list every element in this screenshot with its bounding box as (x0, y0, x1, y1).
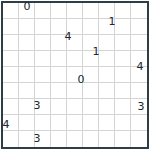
grid-cell[interactable] (51, 131, 67, 147)
grid-cell[interactable] (131, 3, 147, 19)
grid-cell[interactable] (3, 67, 19, 83)
grid-cell[interactable] (131, 99, 147, 115)
grid-cell[interactable] (115, 115, 131, 131)
grid-cell[interactable] (67, 3, 83, 19)
grid-cell[interactable] (99, 19, 115, 35)
grid-cell[interactable] (115, 83, 131, 99)
grid-cell[interactable] (67, 131, 83, 147)
grid-cell[interactable] (35, 19, 51, 35)
grid-cell[interactable] (67, 19, 83, 35)
grid-cell[interactable] (115, 19, 131, 35)
grid-cell[interactable] (115, 51, 131, 67)
grid-cell[interactable] (19, 83, 35, 99)
grid-cell[interactable] (99, 3, 115, 19)
grid-cell[interactable] (131, 83, 147, 99)
grid-cell[interactable] (3, 19, 19, 35)
grid-cell[interactable] (131, 131, 147, 147)
grid-cell[interactable] (3, 115, 19, 131)
grid-cell[interactable] (51, 35, 67, 51)
grid-cell[interactable] (67, 99, 83, 115)
grid-cell[interactable] (35, 131, 51, 147)
grid-cell[interactable] (131, 67, 147, 83)
grid-cell[interactable] (3, 131, 19, 147)
grid-cell[interactable] (83, 83, 99, 99)
grid-cell[interactable] (115, 131, 131, 147)
grid-cell[interactable] (51, 3, 67, 19)
grid-cell[interactable] (19, 99, 35, 115)
grid-cell[interactable] (3, 51, 19, 67)
puzzle-page: 0141403343 (0, 0, 150, 150)
grid-cell[interactable] (19, 115, 35, 131)
grid-cell[interactable] (83, 99, 99, 115)
grid-cell[interactable] (83, 3, 99, 19)
grid-cell[interactable] (19, 131, 35, 147)
grid-cell[interactable] (3, 99, 19, 115)
grid-cell[interactable] (99, 51, 115, 67)
grid-cell[interactable] (83, 67, 99, 83)
grid-cell[interactable] (99, 67, 115, 83)
grid-cell[interactable] (115, 3, 131, 19)
puzzle-grid (3, 3, 147, 147)
grid-cell[interactable] (83, 35, 99, 51)
grid-cell[interactable] (35, 3, 51, 19)
grid-cell[interactable] (67, 115, 83, 131)
grid-cell[interactable] (67, 83, 83, 99)
grid-cell[interactable] (51, 115, 67, 131)
grid-cell[interactable] (83, 19, 99, 35)
grid-cell[interactable] (131, 51, 147, 67)
grid-cell[interactable] (3, 35, 19, 51)
grid-cell[interactable] (131, 19, 147, 35)
grid-cell[interactable] (67, 35, 83, 51)
grid-cell[interactable] (35, 83, 51, 99)
grid-cell[interactable] (35, 67, 51, 83)
grid-cell[interactable] (99, 83, 115, 99)
grid-cell[interactable] (131, 35, 147, 51)
grid-cell[interactable] (19, 67, 35, 83)
grid-cell[interactable] (115, 99, 131, 115)
grid-cell[interactable] (99, 115, 115, 131)
grid-cell[interactable] (51, 51, 67, 67)
grid-cell[interactable] (99, 35, 115, 51)
grid-cell[interactable] (99, 99, 115, 115)
grid-cell[interactable] (51, 67, 67, 83)
grid-cell[interactable] (3, 83, 19, 99)
grid-cell[interactable] (115, 67, 131, 83)
grid-cell[interactable] (83, 51, 99, 67)
grid-cell[interactable] (19, 19, 35, 35)
grid-cell[interactable] (19, 35, 35, 51)
grid-cell[interactable] (3, 3, 19, 19)
grid-cell[interactable] (67, 51, 83, 67)
grid-cell[interactable] (35, 99, 51, 115)
grid-cell[interactable] (67, 67, 83, 83)
grid-cell[interactable] (35, 35, 51, 51)
grid-cell[interactable] (99, 131, 115, 147)
grid-cell[interactable] (115, 35, 131, 51)
grid-cell[interactable] (51, 83, 67, 99)
grid-cell[interactable] (19, 51, 35, 67)
grid-cell[interactable] (35, 115, 51, 131)
grid-cell[interactable] (131, 115, 147, 131)
grid-cell[interactable] (83, 131, 99, 147)
grid-cell[interactable] (51, 19, 67, 35)
grid-cell[interactable] (19, 3, 35, 19)
puzzle-board: 0141403343 (1, 1, 149, 149)
grid-cell[interactable] (51, 99, 67, 115)
grid-cell[interactable] (83, 115, 99, 131)
grid-cell[interactable] (35, 51, 51, 67)
